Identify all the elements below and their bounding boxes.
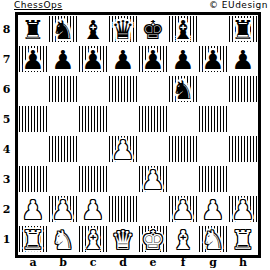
rank-label-7: 7 [0,45,13,75]
square-f1[interactable]: ♝ [168,225,198,255]
black-pawn-piece[interactable]: ♟ [198,45,228,75]
file-label-e: e [138,256,168,269]
white-rook-piece[interactable]: ♜ [228,225,258,255]
square-d1[interactable]: ♛ [108,225,138,255]
square-c7[interactable]: ♟ [78,45,108,75]
square-e1[interactable]: ♚ [138,225,168,255]
white-pawn-piece[interactable]: ♟ [198,195,228,225]
square-g3[interactable] [198,165,228,195]
white-pawn-piece[interactable]: ♟ [48,195,78,225]
black-pawn-piece[interactable]: ♟ [48,45,78,75]
file-label-f: f [168,256,198,269]
square-g1[interactable]: ♞ [198,225,228,255]
white-pawn-piece[interactable]: ♟ [78,195,108,225]
square-d7[interactable]: ♟ [108,45,138,75]
square-h1[interactable]: ♜ [228,225,258,255]
square-d6[interactable] [108,75,138,105]
square-d2[interactable] [108,195,138,225]
square-g8[interactable] [198,15,228,45]
square-b5[interactable] [48,105,78,135]
square-f3[interactable] [168,165,198,195]
square-g4[interactable] [198,135,228,165]
square-d3[interactable] [108,165,138,195]
white-bishop-piece[interactable]: ♝ [78,225,108,255]
header-bar: ChessOps © EUdesign [0,0,270,12]
black-pawn-piece[interactable]: ♟ [228,45,258,75]
file-label-g: g [198,256,228,269]
square-f8[interactable]: ♝ [168,15,198,45]
square-e3[interactable]: ♟ [138,165,168,195]
white-knight-piece[interactable]: ♞ [198,225,228,255]
square-b2[interactable]: ♟ [48,195,78,225]
square-e7[interactable]: ♟ [138,45,168,75]
rank-label-2: 2 [0,195,13,225]
chessops-diagram-page: ChessOps © EUdesign 87654321 ♜♞♝♛♚♝♜♟♟♟♟… [0,0,270,270]
square-h7[interactable]: ♟ [228,45,258,75]
rank-label-8: 8 [0,15,13,45]
square-a6[interactable] [18,75,48,105]
white-pawn-piece[interactable]: ♟ [108,135,138,165]
square-h2[interactable]: ♟ [228,195,258,225]
file-label-d: d [108,256,138,269]
square-g5[interactable] [198,105,228,135]
square-f5[interactable] [168,105,198,135]
square-d8[interactable]: ♛ [108,15,138,45]
square-f2[interactable]: ♟ [168,195,198,225]
white-pawn-piece[interactable]: ♟ [228,195,258,225]
white-queen-piece[interactable]: ♛ [108,225,138,255]
file-labels: abcdefgh [18,256,258,269]
black-pawn-piece[interactable]: ♟ [78,45,108,75]
square-b4[interactable] [48,135,78,165]
square-a3[interactable] [18,165,48,195]
copyright-text: © EUdesign [209,0,268,11]
black-bishop-piece[interactable]: ♝ [78,15,108,45]
black-pawn-piece[interactable]: ♟ [18,45,48,75]
white-bishop-piece[interactable]: ♝ [168,225,198,255]
black-pawn-piece[interactable]: ♟ [168,45,198,75]
black-knight-piece[interactable]: ♞ [168,75,198,105]
rank-label-4: 4 [0,135,13,165]
square-e5[interactable] [138,105,168,135]
square-b8[interactable]: ♞ [48,15,78,45]
square-b6[interactable] [48,75,78,105]
square-e8[interactable]: ♚ [138,15,168,45]
square-c8[interactable]: ♝ [78,15,108,45]
square-a1[interactable]: ♜ [18,225,48,255]
square-h6[interactable] [228,75,258,105]
square-c6[interactable] [78,75,108,105]
rank-label-1: 1 [0,225,13,255]
square-a5[interactable] [18,105,48,135]
square-b1[interactable]: ♞ [48,225,78,255]
file-label-h: h [228,256,258,269]
black-knight-piece[interactable]: ♞ [48,15,78,45]
black-king-piece[interactable]: ♚ [138,15,168,45]
square-c5[interactable] [78,105,108,135]
square-g7[interactable]: ♟ [198,45,228,75]
white-pawn-piece[interactable]: ♟ [18,195,48,225]
square-c3[interactable] [78,165,108,195]
square-a4[interactable] [18,135,48,165]
square-e4[interactable] [138,135,168,165]
file-label-c: c [78,256,108,269]
square-d5[interactable] [108,105,138,135]
rank-label-3: 3 [0,165,13,195]
rank-labels: 87654321 [0,15,13,255]
white-rook-piece[interactable]: ♜ [18,225,48,255]
square-b7[interactable]: ♟ [48,45,78,75]
app-title-link[interactable]: ChessOps [14,0,62,11]
file-label-a: a [18,256,48,269]
black-rook-piece[interactable]: ♜ [18,15,48,45]
black-pawn-piece[interactable]: ♟ [138,45,168,75]
black-bishop-piece[interactable]: ♝ [168,15,198,45]
square-e2[interactable] [138,195,168,225]
black-pawn-piece[interactable]: ♟ [108,45,138,75]
square-e6[interactable] [138,75,168,105]
black-queen-piece[interactable]: ♛ [108,15,138,45]
square-a8[interactable]: ♜ [18,15,48,45]
square-b3[interactable] [48,165,78,195]
rank-label-6: 6 [0,75,13,105]
rank-label-5: 5 [0,105,13,135]
black-rook-piece[interactable]: ♜ [228,15,258,45]
square-h5[interactable] [228,105,258,135]
white-king-piece[interactable]: ♚ [138,225,168,255]
square-f6[interactable]: ♞ [168,75,198,105]
square-h8[interactable]: ♜ [228,15,258,45]
square-g2[interactable]: ♟ [198,195,228,225]
white-knight-piece[interactable]: ♞ [48,225,78,255]
square-f4[interactable] [168,135,198,165]
white-pawn-piece[interactable]: ♟ [138,165,168,195]
square-d4[interactable]: ♟ [108,135,138,165]
square-c4[interactable] [78,135,108,165]
square-a2[interactable]: ♟ [18,195,48,225]
square-a7[interactable]: ♟ [18,45,48,75]
white-pawn-piece[interactable]: ♟ [168,195,198,225]
chess-board: ♜♞♝♛♚♝♜♟♟♟♟♟♟♟♟♞♟♟♟♟♟♟♟♟♜♞♝♛♚♝♞♜ [15,12,261,258]
square-c2[interactable]: ♟ [78,195,108,225]
square-h4[interactable] [228,135,258,165]
square-g6[interactable] [198,75,228,105]
square-h3[interactable] [228,165,258,195]
file-label-b: b [48,256,78,269]
square-f7[interactable]: ♟ [168,45,198,75]
square-c1[interactable]: ♝ [78,225,108,255]
